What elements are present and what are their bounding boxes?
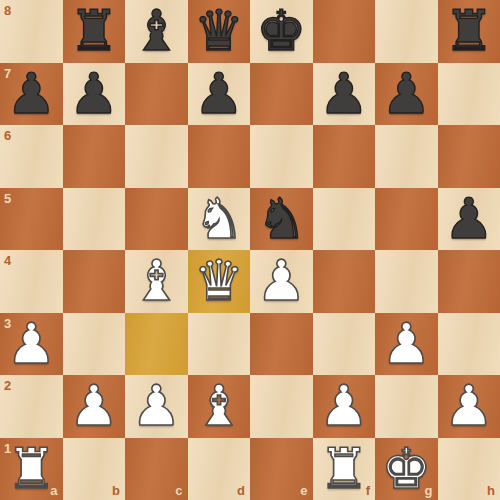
white-king[interactable]: ♚ [381,438,431,500]
square-d5[interactable]: ♞ [188,188,251,251]
square-a1[interactable]: 1a♜ [0,438,63,500]
square-h3[interactable] [438,313,500,376]
square-g4[interactable] [375,250,438,313]
square-f1[interactable]: f♜ [313,438,376,500]
file-label-d: d [237,483,245,498]
square-a3[interactable]: 3♟ [0,313,63,376]
square-c5[interactable] [125,188,188,251]
white-rook[interactable]: ♜ [319,438,369,500]
square-e5[interactable]: ♞ [250,188,313,251]
square-d2[interactable]: ♝ [188,375,251,438]
square-h5[interactable]: ♟ [438,188,500,251]
square-a4[interactable]: 4 [0,250,63,313]
file-label-b: b [112,483,120,498]
white-pawn[interactable]: ♟ [69,375,119,437]
square-g3[interactable]: ♟ [375,313,438,376]
square-f8[interactable] [313,0,376,63]
white-pawn[interactable]: ♟ [6,313,56,375]
square-h1[interactable]: h [438,438,500,500]
square-h7[interactable] [438,63,500,126]
square-d3[interactable] [188,313,251,376]
square-e8[interactable]: ♚ [250,0,313,63]
square-g5[interactable] [375,188,438,251]
file-label-h: h [487,483,495,498]
square-b2[interactable]: ♟ [63,375,126,438]
square-e3[interactable] [250,313,313,376]
square-g2[interactable] [375,375,438,438]
square-d1[interactable]: d [188,438,251,500]
square-b4[interactable] [63,250,126,313]
black-rook[interactable]: ♜ [444,0,494,62]
square-c8[interactable]: ♝ [125,0,188,63]
square-c1[interactable]: c [125,438,188,500]
square-e2[interactable] [250,375,313,438]
white-pawn[interactable]: ♟ [131,375,181,437]
file-label-e: e [300,483,307,498]
square-a6[interactable]: 6 [0,125,63,188]
black-pawn[interactable]: ♟ [69,63,119,125]
square-e4[interactable]: ♟ [250,250,313,313]
square-e7[interactable] [250,63,313,126]
white-bishop[interactable]: ♝ [194,375,244,437]
rank-label-4: 4 [4,253,11,268]
square-b7[interactable]: ♟ [63,63,126,126]
black-knight[interactable]: ♞ [256,188,306,250]
black-rook[interactable]: ♜ [69,0,119,62]
square-b3[interactable] [63,313,126,376]
black-pawn[interactable]: ♟ [6,63,56,125]
white-queen[interactable]: ♛ [194,250,244,312]
white-pawn[interactable]: ♟ [319,375,369,437]
square-d4[interactable]: ♛ [188,250,251,313]
square-b5[interactable] [63,188,126,251]
square-d6[interactable] [188,125,251,188]
square-f3[interactable] [313,313,376,376]
white-rook[interactable]: ♜ [6,438,56,500]
square-c6[interactable] [125,125,188,188]
file-label-c: c [175,483,182,498]
square-c7[interactable] [125,63,188,126]
white-knight[interactable]: ♞ [194,188,244,250]
square-a8[interactable]: 8 [0,0,63,63]
rank-label-2: 2 [4,378,11,393]
square-d8[interactable]: ♛ [188,0,251,63]
square-g7[interactable]: ♟ [375,63,438,126]
square-f5[interactable] [313,188,376,251]
square-f7[interactable]: ♟ [313,63,376,126]
square-a2[interactable]: 2 [0,375,63,438]
square-b6[interactable] [63,125,126,188]
square-f4[interactable] [313,250,376,313]
white-bishop[interactable]: ♝ [131,250,181,312]
square-b1[interactable]: b [63,438,126,500]
square-g1[interactable]: g♚ [375,438,438,500]
square-c3[interactable] [125,313,188,376]
black-bishop[interactable]: ♝ [131,0,181,62]
black-pawn[interactable]: ♟ [194,63,244,125]
square-a5[interactable]: 5 [0,188,63,251]
square-b8[interactable]: ♜ [63,0,126,63]
square-f2[interactable]: ♟ [313,375,376,438]
square-g6[interactable] [375,125,438,188]
black-king[interactable]: ♚ [256,0,306,62]
black-pawn[interactable]: ♟ [319,63,369,125]
white-pawn[interactable]: ♟ [256,250,306,312]
rank-label-8: 8 [4,3,11,18]
square-e6[interactable] [250,125,313,188]
square-d7[interactable]: ♟ [188,63,251,126]
square-c4[interactable]: ♝ [125,250,188,313]
square-h4[interactable] [438,250,500,313]
square-c2[interactable]: ♟ [125,375,188,438]
square-g8[interactable] [375,0,438,63]
square-h2[interactable]: ♟ [438,375,500,438]
rank-label-5: 5 [4,191,11,206]
square-e1[interactable]: e [250,438,313,500]
black-pawn[interactable]: ♟ [381,63,431,125]
white-pawn[interactable]: ♟ [444,375,494,437]
square-a7[interactable]: 7♟ [0,63,63,126]
square-f6[interactable] [313,125,376,188]
chess-board: 8♜♝♛♚♜7♟♟♟♟♟65♞♞♟4♝♛♟3♟♟2♟♟♝♟♟1a♜bcdef♜g… [0,0,500,500]
square-h6[interactable] [438,125,500,188]
white-pawn[interactable]: ♟ [381,313,431,375]
rank-label-6: 6 [4,128,11,143]
black-pawn[interactable]: ♟ [444,188,494,250]
black-queen[interactable]: ♛ [194,0,244,62]
square-h8[interactable]: ♜ [438,0,500,63]
